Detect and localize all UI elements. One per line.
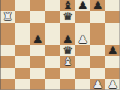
square-f8[interactable]: ♟: [75, 0, 90, 11]
square-d8[interactable]: [45, 0, 60, 11]
square-a2[interactable]: [0, 68, 15, 79]
square-a8[interactable]: [0, 0, 15, 11]
square-f2[interactable]: [75, 68, 90, 79]
square-a7[interactable]: ♜: [0, 11, 15, 22]
square-h4[interactable]: ♟: [105, 45, 120, 56]
square-d2[interactable]: [45, 68, 60, 79]
square-d6[interactable]: [45, 23, 60, 34]
square-b8[interactable]: [15, 0, 30, 11]
square-b4[interactable]: [15, 45, 30, 56]
square-e7[interactable]: ♛: [60, 11, 75, 22]
square-f3[interactable]: [75, 56, 90, 67]
piece-white-pawn[interactable]: ♟: [92, 80, 103, 89]
square-d7[interactable]: [45, 11, 60, 22]
square-c4[interactable]: [30, 45, 45, 56]
square-e3[interactable]: ♝: [60, 56, 75, 67]
square-g8[interactable]: ♟: [90, 0, 105, 11]
square-a6[interactable]: [0, 23, 15, 34]
square-e4[interactable]: ♛: [60, 45, 75, 56]
piece-white-pawn[interactable]: ♟: [77, 35, 88, 44]
square-a4[interactable]: [0, 45, 15, 56]
piece-white-pawn[interactable]: ♟: [107, 80, 118, 89]
square-c3[interactable]: [30, 56, 45, 67]
square-g7[interactable]: [90, 11, 105, 22]
square-c2[interactable]: [30, 68, 45, 79]
square-g4[interactable]: [90, 45, 105, 56]
square-c1[interactable]: [30, 79, 45, 90]
square-h5[interactable]: [105, 34, 120, 45]
chess-board: ♝♟♟♜♛♟♟♟♛♟♝♟♟: [0, 0, 120, 90]
square-h1[interactable]: ♟: [105, 79, 120, 90]
square-e5[interactable]: ♟: [60, 34, 75, 45]
piece-black-queen[interactable]: ♛: [62, 46, 73, 55]
square-h2[interactable]: [105, 68, 120, 79]
square-e2[interactable]: [60, 68, 75, 79]
piece-black-pawn[interactable]: ♟: [77, 1, 88, 10]
piece-black-bishop[interactable]: ♝: [62, 1, 73, 10]
square-g2[interactable]: [90, 68, 105, 79]
square-h7[interactable]: [105, 11, 120, 22]
square-g6[interactable]: [90, 23, 105, 34]
square-c7[interactable]: [30, 11, 45, 22]
square-b7[interactable]: [15, 11, 30, 22]
square-g3[interactable]: [90, 56, 105, 67]
piece-black-pawn[interactable]: ♟: [107, 46, 118, 55]
piece-white-bishop[interactable]: ♝: [62, 58, 73, 67]
piece-white-rook[interactable]: ♜: [2, 13, 13, 22]
square-c5[interactable]: ♟: [30, 34, 45, 45]
square-h6[interactable]: [105, 23, 120, 34]
square-b3[interactable]: [15, 56, 30, 67]
square-c8[interactable]: [30, 0, 45, 11]
board-grid: ♝♟♟♜♛♟♟♟♛♟♝♟♟: [0, 0, 120, 90]
square-d3[interactable]: [45, 56, 60, 67]
square-d4[interactable]: [45, 45, 60, 56]
square-f1[interactable]: [75, 79, 90, 90]
square-g5[interactable]: [90, 34, 105, 45]
square-f6[interactable]: [75, 23, 90, 34]
square-h8[interactable]: [105, 0, 120, 11]
piece-black-pawn[interactable]: ♟: [62, 35, 73, 44]
square-e1[interactable]: [60, 79, 75, 90]
square-a3[interactable]: [0, 56, 15, 67]
square-f5[interactable]: ♟: [75, 34, 90, 45]
square-f4[interactable]: [75, 45, 90, 56]
square-e8[interactable]: ♝: [60, 0, 75, 11]
square-g1[interactable]: ♟: [90, 79, 105, 90]
square-a1[interactable]: [0, 79, 15, 90]
square-b6[interactable]: [15, 23, 30, 34]
square-c6[interactable]: [30, 23, 45, 34]
piece-black-pawn[interactable]: ♟: [32, 35, 43, 44]
square-e6[interactable]: [60, 23, 75, 34]
square-b5[interactable]: [15, 34, 30, 45]
square-h3[interactable]: [105, 56, 120, 67]
square-b2[interactable]: [15, 68, 30, 79]
square-d1[interactable]: [45, 79, 60, 90]
piece-black-pawn[interactable]: ♟: [92, 1, 103, 10]
square-a5[interactable]: [0, 34, 15, 45]
square-b1[interactable]: [15, 79, 30, 90]
piece-black-queen[interactable]: ♛: [62, 13, 73, 22]
square-d5[interactable]: [45, 34, 60, 45]
square-f7[interactable]: [75, 11, 90, 22]
